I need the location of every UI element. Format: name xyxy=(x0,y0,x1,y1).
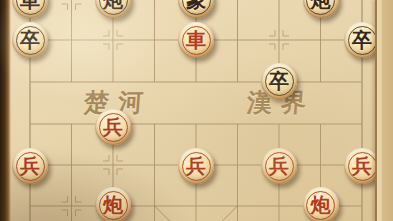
piece-glyph: 兵 xyxy=(12,148,48,184)
piece-red-cannon[interactable]: 炮 xyxy=(303,187,339,221)
piece-glyph: 兵 xyxy=(178,148,214,184)
piece-glyph: 車 xyxy=(12,0,48,18)
piece-black-cannon[interactable]: 炮 xyxy=(303,0,339,18)
piece-black-elephant[interactable]: 象 xyxy=(178,0,214,18)
piece-glyph: 炮 xyxy=(303,187,339,221)
piece-glyph: 炮 xyxy=(303,0,339,18)
piece-glyph: 卒 xyxy=(12,22,48,58)
piece-red-soldier[interactable]: 兵 xyxy=(178,148,214,184)
piece-red-soldier[interactable]: 兵 xyxy=(12,148,48,184)
piece-black-soldier[interactable]: 卒 xyxy=(344,22,380,58)
piece-black-soldier[interactable]: 卒 xyxy=(12,22,48,58)
xiangqi-board[interactable]: 楚河 漢界 車炮象炮卒車卒卒兵兵兵兵兵炮炮 xyxy=(0,0,393,221)
piece-black-cannon[interactable]: 炮 xyxy=(95,0,131,18)
piece-glyph: 兵 xyxy=(261,148,297,184)
piece-glyph: 象 xyxy=(178,0,214,18)
piece-glyph: 車 xyxy=(178,22,214,58)
piece-red-soldier[interactable]: 兵 xyxy=(95,109,131,145)
piece-glyph: 卒 xyxy=(344,22,380,58)
piece-black-chariot[interactable]: 車 xyxy=(12,0,48,18)
piece-glyph: 炮 xyxy=(95,187,131,221)
piece-red-soldier[interactable]: 兵 xyxy=(261,148,297,184)
piece-red-cannon[interactable]: 炮 xyxy=(95,187,131,221)
piece-glyph: 炮 xyxy=(95,0,131,18)
piece-glyph: 卒 xyxy=(261,63,297,99)
piece-red-chariot[interactable]: 車 xyxy=(178,22,214,58)
piece-black-soldier[interactable]: 卒 xyxy=(261,63,297,99)
piece-red-soldier[interactable]: 兵 xyxy=(344,148,380,184)
piece-glyph: 兵 xyxy=(95,109,131,145)
piece-glyph: 兵 xyxy=(344,148,380,184)
